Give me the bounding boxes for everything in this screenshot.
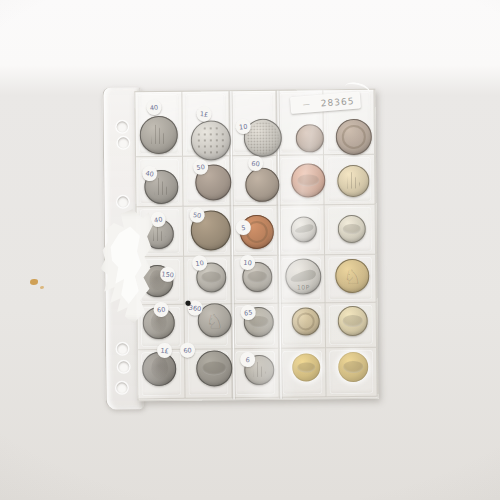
punch-hole [117,196,128,207]
punch-holes [0,0,497,3]
stickers-layer: 401£1040506040505150101060360651£606 [0,0,497,3]
price-sticker-label: 65 [243,308,252,317]
coin-motif-ellipse [248,271,267,283]
coin-motif-ellipse [297,362,315,373]
price-sticker: 60 [247,155,263,171]
price-sticker: 6 [239,351,255,367]
price-sticker: 1£ [195,105,211,121]
photo-canvas: 10P♘♘ 401£1040506040505150101060360651£6… [0,0,500,500]
coin-r5c4 [292,307,320,335]
coin-r1c4 [296,124,324,152]
coin-motif-harp [153,225,166,241]
price-sticker-label: 6 [245,355,250,363]
lot-tag-dash: — [303,100,312,109]
price-sticker-label: 1£ [199,109,208,118]
coin-r1c1 [140,116,178,154]
price-sticker: 60 [152,301,169,318]
coin-motif-portrait [151,357,168,378]
coin-motif-ellipse [343,224,361,235]
coin-r3c4 [291,216,317,242]
price-sticker-label: 50 [192,210,201,219]
coin-motif-ellipse [344,361,363,373]
price-sticker-label: 40 [149,102,158,111]
price-sticker: 1£ [156,342,173,359]
coin-motif-horse: ♘ [335,260,369,292]
coin-r2c3 [245,168,279,202]
coin-motif-ellipse [343,315,362,327]
coin-motif-fish [289,268,317,284]
coin-motif-fish [294,223,314,235]
price-sticker: 10 [239,254,255,270]
coin-motif-ring [296,312,315,331]
coin-motif-harp [154,177,168,195]
coin-r2c5 [337,165,369,197]
black-speck [185,300,190,305]
punch-hole [118,361,129,372]
coin-motif-harp [347,172,361,189]
price-sticker: 60 [179,341,196,358]
coin-motif-dots [196,125,226,155]
coin-motif-speckle [247,122,279,154]
coin-r1c5 [336,119,372,155]
coin-r2c4 [291,163,325,197]
coin-r6c4 [292,353,320,381]
price-sticker-label: 60 [182,345,191,354]
coin-motif-ellipse [203,361,226,375]
price-sticker-label: 50 [196,162,205,171]
coin-r3c5 [338,215,366,243]
coin-motif-ring [342,125,366,149]
price-sticker: 150 [159,266,175,282]
coin-motif-horse: ♘ [198,305,232,337]
coin-motif-ellipse [297,174,319,187]
price-sticker-label: 150 [161,269,174,278]
price-sticker-label: 5 [240,223,245,231]
price-sticker-label: 60 [251,159,260,167]
coin-r6c2 [196,350,232,386]
price-sticker-label: 1£ [159,345,168,354]
price-sticker-label: 10 [243,258,252,267]
price-sticker: 65 [239,304,255,320]
coin-r1c2 [191,120,231,160]
price-sticker-label: 10 [238,122,247,131]
price-sticker: 50 [192,158,209,175]
price-sticker-label: 40 [153,214,163,223]
coin-r6c5 [338,352,368,382]
coin-motif-harp [151,124,167,144]
coin-r5c5 [338,306,368,336]
lot-tag-number: 28365 [320,95,354,108]
coin-denomination-text: 10P [285,283,321,290]
price-sticker: 5 [235,219,251,235]
coin-r5c2: ♘ [198,303,232,337]
coin-r6c1 [142,352,176,386]
coin-wallet-page: 10P♘♘ 401£1040506040505150101060360651£6… [0,0,500,500]
price-sticker: 10 [235,118,251,134]
punch-hole [116,382,127,393]
coin-motif-ellipse [202,272,221,284]
price-sticker-label: 40 [144,168,153,177]
price-sticker-label: 10 [194,258,203,267]
coin-r4c5: ♘ [335,259,369,293]
coins-layer: 10P♘♘ [0,0,497,3]
punch-hole [117,137,128,148]
coin-motif-harp [253,361,266,377]
price-sticker-label: 60 [156,304,165,313]
punch-hole [116,343,127,354]
punch-hole [116,121,127,132]
coin-r4c4: 10P [285,258,321,294]
